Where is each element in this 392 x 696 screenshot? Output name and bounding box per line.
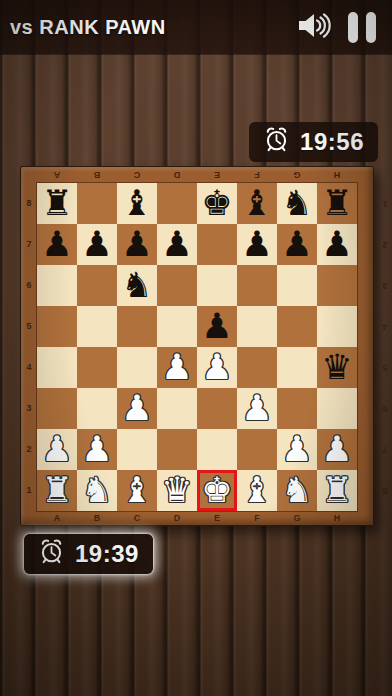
white-queen: ♛ [157, 470, 197, 511]
square-a8[interactable]: ♜ [37, 183, 77, 224]
square-e4[interactable]: ♟ [197, 347, 237, 388]
black-pawn: ♟ [157, 224, 197, 265]
file-label-top-g: G [277, 168, 317, 182]
pause-icon [348, 12, 376, 43]
square-b6[interactable] [77, 265, 117, 306]
square-e1[interactable]: ♚ [197, 470, 237, 511]
white-rook: ♜ [37, 470, 77, 511]
file-label-bottom-c: C [117, 512, 157, 525]
file-label-bottom-h: H [317, 512, 357, 525]
rank-label-left-7: 7 [21, 224, 37, 265]
rank-label-right-1: 1 [377, 183, 392, 224]
rank-label-right-3: 3 [377, 265, 392, 306]
rank-label-left-1: 1 [21, 470, 37, 511]
square-c3[interactable]: ♟ [117, 388, 157, 429]
file-label-top-c: C [117, 168, 157, 182]
file-label-top-h: H [317, 168, 357, 182]
square-e2[interactable] [197, 429, 237, 470]
square-g6[interactable] [277, 265, 317, 306]
rank-label-right-7: 7 [377, 429, 392, 470]
chess-board: ♜♝♚♝♞♜♟♟♟♟♟♟♟♞♟♟♟♛♟♟♟♟♟♟♜♞♝♛♚♝♞♜ AABBCCD… [20, 166, 374, 526]
square-d2[interactable] [157, 429, 197, 470]
square-d5[interactable] [157, 306, 197, 347]
square-d8[interactable] [157, 183, 197, 224]
black-knight: ♞ [277, 183, 317, 224]
black-pawn: ♟ [77, 224, 117, 265]
rank-label-right-5: 5 [377, 347, 392, 388]
square-a7[interactable]: ♟ [37, 224, 77, 265]
black-pawn: ♟ [197, 306, 237, 347]
square-e6[interactable] [197, 265, 237, 306]
square-h2[interactable]: ♟ [317, 429, 357, 470]
pause-button[interactable] [348, 12, 376, 43]
rank-label-right-8: 8 [377, 470, 392, 511]
speaker-icon [296, 11, 332, 43]
square-f6[interactable] [237, 265, 277, 306]
square-a3[interactable] [37, 388, 77, 429]
file-label-top-f: F [237, 168, 277, 182]
square-b8[interactable] [77, 183, 117, 224]
white-pawn: ♟ [37, 429, 77, 470]
black-pawn: ♟ [37, 224, 77, 265]
square-e7[interactable] [197, 224, 237, 265]
square-f2[interactable] [237, 429, 277, 470]
rank-label-left-3: 3 [21, 388, 37, 429]
square-f7[interactable]: ♟ [237, 224, 277, 265]
black-queen: ♛ [317, 347, 357, 388]
square-f1[interactable]: ♝ [237, 470, 277, 511]
white-pawn: ♟ [277, 429, 317, 470]
square-c5[interactable] [117, 306, 157, 347]
file-label-bottom-e: E [197, 512, 237, 525]
white-pawn: ♟ [77, 429, 117, 470]
match-title: vs RANK PAWN [10, 16, 166, 39]
file-label-top-b: B [77, 168, 117, 182]
sound-button[interactable] [296, 11, 332, 43]
file-label-bottom-d: D [157, 512, 197, 525]
file-label-bottom-f: F [237, 512, 277, 525]
player-time: 19:39 [75, 540, 139, 568]
board-grid: ♜♝♚♝♞♜♟♟♟♟♟♟♟♞♟♟♟♛♟♟♟♟♟♟♜♞♝♛♚♝♞♜ [37, 183, 357, 511]
black-knight: ♞ [117, 265, 157, 306]
square-c6[interactable]: ♞ [117, 265, 157, 306]
top-bar: vs RANK PAWN [0, 0, 392, 54]
square-f4[interactable] [237, 347, 277, 388]
white-bishop: ♝ [117, 470, 157, 511]
player-timer: 19:39 [24, 534, 153, 574]
square-a6[interactable] [37, 265, 77, 306]
white-bishop: ♝ [237, 470, 277, 511]
black-rook: ♜ [317, 183, 357, 224]
square-a4[interactable] [37, 347, 77, 388]
square-e8[interactable]: ♚ [197, 183, 237, 224]
square-d4[interactable]: ♟ [157, 347, 197, 388]
file-label-bottom-b: B [77, 512, 117, 525]
square-c1[interactable]: ♝ [117, 470, 157, 511]
white-pawn: ♟ [117, 388, 157, 429]
square-b7[interactable]: ♟ [77, 224, 117, 265]
square-d6[interactable] [157, 265, 197, 306]
square-h6[interactable] [317, 265, 357, 306]
square-e5[interactable]: ♟ [197, 306, 237, 347]
rank-label-left-6: 6 [21, 265, 37, 306]
opponent-time: 19:56 [300, 128, 364, 156]
file-label-top-d: D [157, 168, 197, 182]
square-h7[interactable]: ♟ [317, 224, 357, 265]
square-g3[interactable] [277, 388, 317, 429]
top-bar-actions [296, 11, 376, 43]
square-b4[interactable] [77, 347, 117, 388]
white-pawn: ♟ [197, 347, 237, 388]
white-pawn: ♟ [317, 429, 357, 470]
square-h1[interactable]: ♜ [317, 470, 357, 511]
rank-label-left-8: 8 [21, 183, 37, 224]
square-b3[interactable] [77, 388, 117, 429]
square-h3[interactable] [317, 388, 357, 429]
opponent-timer: 19:56 [249, 122, 378, 162]
square-f8[interactable]: ♝ [237, 183, 277, 224]
white-knight: ♞ [277, 470, 317, 511]
file-label-top-a: A [37, 168, 77, 182]
square-c2[interactable] [117, 429, 157, 470]
alarm-clock-icon [263, 126, 290, 159]
square-g5[interactable] [277, 306, 317, 347]
black-pawn: ♟ [277, 224, 317, 265]
square-g1[interactable]: ♞ [277, 470, 317, 511]
black-pawn: ♟ [117, 224, 157, 265]
square-d7[interactable]: ♟ [157, 224, 197, 265]
square-b1[interactable]: ♞ [77, 470, 117, 511]
rank-label-left-4: 4 [21, 347, 37, 388]
square-f5[interactable] [237, 306, 277, 347]
square-c8[interactable]: ♝ [117, 183, 157, 224]
rank-label-right-6: 6 [377, 388, 392, 429]
rank-label-right-4: 4 [377, 306, 392, 347]
black-rook: ♜ [37, 183, 77, 224]
white-rook: ♜ [317, 470, 357, 511]
square-h8[interactable]: ♜ [317, 183, 357, 224]
black-bishop: ♝ [117, 183, 157, 224]
square-h5[interactable] [317, 306, 357, 347]
square-f3[interactable]: ♟ [237, 388, 277, 429]
white-pawn: ♟ [237, 388, 277, 429]
square-g7[interactable]: ♟ [277, 224, 317, 265]
square-c4[interactable] [117, 347, 157, 388]
rank-label-left-2: 2 [21, 429, 37, 470]
black-bishop: ♝ [237, 183, 277, 224]
square-d1[interactable]: ♛ [157, 470, 197, 511]
white-knight: ♞ [77, 470, 117, 511]
rank-label-left-5: 5 [21, 306, 37, 347]
square-g8[interactable]: ♞ [277, 183, 317, 224]
black-king: ♚ [197, 183, 237, 224]
square-a5[interactable] [37, 306, 77, 347]
square-h4[interactable]: ♛ [317, 347, 357, 388]
white-pawn: ♟ [157, 347, 197, 388]
square-e3[interactable] [197, 388, 237, 429]
square-g4[interactable] [277, 347, 317, 388]
square-b2[interactable]: ♟ [77, 429, 117, 470]
alarm-clock-icon [38, 538, 65, 571]
rank-label-right-2: 2 [377, 224, 392, 265]
square-g2[interactable]: ♟ [277, 429, 317, 470]
game-screen: vs RANK PAWN [0, 0, 392, 696]
square-a2[interactable]: ♟ [37, 429, 77, 470]
square-c7[interactable]: ♟ [117, 224, 157, 265]
square-d3[interactable] [157, 388, 197, 429]
black-pawn: ♟ [317, 224, 357, 265]
white-king: ♚ [197, 470, 237, 511]
file-label-top-e: E [197, 168, 237, 182]
black-pawn: ♟ [237, 224, 277, 265]
square-a1[interactable]: ♜ [37, 470, 77, 511]
file-label-bottom-g: G [277, 512, 317, 525]
file-label-bottom-a: A [37, 512, 77, 525]
square-b5[interactable] [77, 306, 117, 347]
